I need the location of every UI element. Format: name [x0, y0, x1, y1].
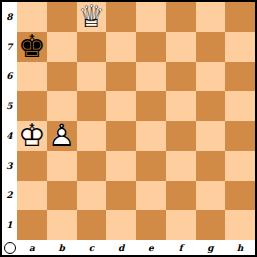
- square-d4[interactable]: [106, 121, 136, 151]
- square-d7[interactable]: [106, 32, 136, 62]
- square-a4[interactable]: ♚♔: [17, 121, 47, 151]
- square-b3[interactable]: [47, 151, 77, 181]
- square-f6[interactable]: [166, 62, 196, 92]
- square-h3[interactable]: [225, 151, 255, 181]
- rank-label-6: 6: [2, 62, 17, 92]
- square-a3[interactable]: [17, 151, 47, 181]
- square-g7[interactable]: [196, 32, 226, 62]
- square-b6[interactable]: [47, 62, 77, 92]
- file-label-g: g: [196, 240, 226, 255]
- square-c8[interactable]: ♛♕: [77, 2, 107, 32]
- square-a1[interactable]: [17, 210, 47, 240]
- square-e3[interactable]: [136, 151, 166, 181]
- square-a7[interactable]: ♚: [17, 32, 47, 62]
- square-h1[interactable]: [225, 210, 255, 240]
- white-pawn[interactable]: ♟♙: [47, 121, 77, 151]
- square-c6[interactable]: [77, 62, 107, 92]
- square-d1[interactable]: [106, 210, 136, 240]
- rank-label-1: 1: [2, 210, 17, 240]
- file-label-f: f: [166, 240, 196, 255]
- square-d3[interactable]: [106, 151, 136, 181]
- square-f1[interactable]: [166, 210, 196, 240]
- square-c3[interactable]: [77, 151, 107, 181]
- square-g4[interactable]: [196, 121, 226, 151]
- square-g8[interactable]: [196, 2, 226, 32]
- square-d2[interactable]: [106, 181, 136, 211]
- square-h4[interactable]: [225, 121, 255, 151]
- square-c2[interactable]: [77, 181, 107, 211]
- file-label-d: d: [106, 240, 136, 255]
- square-f3[interactable]: [166, 151, 196, 181]
- rank-label-5: 5: [2, 91, 17, 121]
- white-queen[interactable]: ♛♕: [77, 2, 107, 32]
- square-e8[interactable]: [136, 2, 166, 32]
- rank-label-7: 7: [2, 32, 17, 62]
- board: ♛♕♚♚♔♟♙: [17, 2, 255, 240]
- square-b7[interactable]: [47, 32, 77, 62]
- square-f5[interactable]: [166, 91, 196, 121]
- square-e6[interactable]: [136, 62, 166, 92]
- square-c7[interactable]: [77, 32, 107, 62]
- black-king[interactable]: ♚: [17, 32, 47, 62]
- file-label-c: c: [77, 240, 107, 255]
- square-c4[interactable]: [77, 121, 107, 151]
- square-a2[interactable]: [17, 181, 47, 211]
- square-h7[interactable]: [225, 32, 255, 62]
- square-b1[interactable]: [47, 210, 77, 240]
- square-b2[interactable]: [47, 181, 77, 211]
- square-c5[interactable]: [77, 91, 107, 121]
- square-g6[interactable]: [196, 62, 226, 92]
- square-g2[interactable]: [196, 181, 226, 211]
- square-e4[interactable]: [136, 121, 166, 151]
- rank-label-2: 2: [2, 181, 17, 211]
- square-c1[interactable]: [77, 210, 107, 240]
- square-b8[interactable]: [47, 2, 77, 32]
- white-king[interactable]: ♚♔: [17, 121, 47, 151]
- rank-label-3: 3: [2, 151, 17, 181]
- square-f8[interactable]: [166, 2, 196, 32]
- square-f7[interactable]: [166, 32, 196, 62]
- square-e5[interactable]: [136, 91, 166, 121]
- rank-labels: 87654321: [2, 2, 17, 240]
- square-e2[interactable]: [136, 181, 166, 211]
- file-label-b: b: [47, 240, 77, 255]
- square-d8[interactable]: [106, 2, 136, 32]
- square-e7[interactable]: [136, 32, 166, 62]
- square-h8[interactable]: [225, 2, 255, 32]
- square-h2[interactable]: [225, 181, 255, 211]
- square-e1[interactable]: [136, 210, 166, 240]
- square-h5[interactable]: [225, 91, 255, 121]
- square-h6[interactable]: [225, 62, 255, 92]
- square-g1[interactable]: [196, 210, 226, 240]
- square-f2[interactable]: [166, 181, 196, 211]
- white-to-move-indicator: [4, 242, 16, 254]
- square-d6[interactable]: [106, 62, 136, 92]
- square-a6[interactable]: [17, 62, 47, 92]
- square-b4[interactable]: ♟♙: [47, 121, 77, 151]
- square-d5[interactable]: [106, 91, 136, 121]
- file-label-a: a: [17, 240, 47, 255]
- file-label-e: e: [136, 240, 166, 255]
- chess-diagram: ♛♕♚♚♔♟♙ 87654321 abcdefgh: [0, 0, 257, 257]
- file-label-h: h: [225, 240, 255, 255]
- rank-label-4: 4: [2, 121, 17, 151]
- square-g3[interactable]: [196, 151, 226, 181]
- rank-label-8: 8: [2, 2, 17, 32]
- file-labels: abcdefgh: [17, 240, 255, 255]
- square-f4[interactable]: [166, 121, 196, 151]
- square-g5[interactable]: [196, 91, 226, 121]
